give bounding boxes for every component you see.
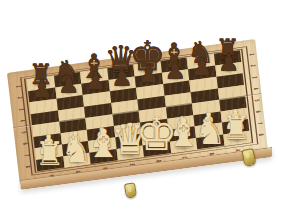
rank-label-left-8: 8 (21, 160, 35, 173)
brass-clasp-left (124, 182, 137, 199)
chess-board: HGFEDCBAHGFEDCBA1234567812345678 (7, 39, 268, 185)
chess-set-photo: HGFEDCBAHGFEDCBA1234567812345678 ♜♞♝♛♚♝♞… (0, 0, 290, 218)
rank-label-right-8: 8 (254, 128, 268, 141)
